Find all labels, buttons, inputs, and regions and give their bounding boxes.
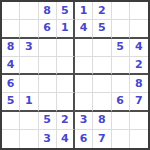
cell-r7c5[interactable]: 3: [75, 112, 93, 130]
cell-r4c7[interactable]: [112, 57, 130, 75]
cell-r3c7[interactable]: 5: [112, 39, 130, 57]
cell-r1c8[interactable]: [130, 2, 148, 20]
cell-r2c2[interactable]: [20, 20, 38, 38]
cell-r6c4[interactable]: [57, 93, 75, 111]
cell-r2c4[interactable]: 1: [57, 20, 75, 38]
cell-r5c4[interactable]: [57, 75, 75, 93]
cell-r3c3[interactable]: [39, 39, 57, 57]
cell-r4c2[interactable]: [20, 57, 38, 75]
cell-r8c1[interactable]: [2, 130, 20, 148]
cell-r5c6[interactable]: [93, 75, 111, 93]
cell-r6c2[interactable]: 1: [20, 93, 38, 111]
cell-r6c8[interactable]: 7: [130, 93, 148, 111]
cell-r1c5[interactable]: 1: [75, 2, 93, 20]
cell-r7c2[interactable]: [20, 112, 38, 130]
cell-r2c1[interactable]: [2, 20, 20, 38]
cell-r7c6[interactable]: 8: [93, 112, 111, 130]
cell-r3c2[interactable]: 3: [20, 39, 38, 57]
cell-r6c3[interactable]: [39, 93, 57, 111]
cell-r2c7[interactable]: [112, 20, 130, 38]
cell-r4c4[interactable]: [57, 57, 75, 75]
cell-r7c8[interactable]: [130, 112, 148, 130]
cell-r4c1[interactable]: 4: [2, 57, 20, 75]
cell-r4c3[interactable]: [39, 57, 57, 75]
cell-r4c6[interactable]: [93, 57, 111, 75]
cell-r1c4[interactable]: 5: [57, 2, 75, 20]
cell-r2c8[interactable]: [130, 20, 148, 38]
cell-r7c1[interactable]: [2, 112, 20, 130]
cell-r3c6[interactable]: [93, 39, 111, 57]
cell-r2c3[interactable]: 6: [39, 20, 57, 38]
cell-r6c7[interactable]: 6: [112, 93, 130, 111]
cell-r6c1[interactable]: 5: [2, 93, 20, 111]
cell-r3c4[interactable]: [57, 39, 75, 57]
cell-r8c7[interactable]: [112, 130, 130, 148]
cell-r4c8[interactable]: 2: [130, 57, 148, 75]
sudoku-board: 8 5 1 2 6 1 4 5 8 3 5 4 4 2 6 8 5 1 6 7 …: [0, 0, 150, 150]
cell-r3c5[interactable]: [75, 39, 93, 57]
cell-r8c8[interactable]: [130, 130, 148, 148]
cell-r8c6[interactable]: 7: [93, 130, 111, 148]
cell-r2c6[interactable]: 5: [93, 20, 111, 38]
cell-r7c7[interactable]: [112, 112, 130, 130]
cell-r5c5[interactable]: [75, 75, 93, 93]
cell-r5c7[interactable]: [112, 75, 130, 93]
cell-r1c1[interactable]: [2, 2, 20, 20]
cell-r5c1[interactable]: 6: [2, 75, 20, 93]
cell-r1c7[interactable]: [112, 2, 130, 20]
cell-r8c3[interactable]: 3: [39, 130, 57, 148]
cell-r5c3[interactable]: [39, 75, 57, 93]
cell-r1c2[interactable]: [20, 2, 38, 20]
cell-r7c4[interactable]: 2: [57, 112, 75, 130]
cell-r2c5[interactable]: 4: [75, 20, 93, 38]
cell-r5c2[interactable]: [20, 75, 38, 93]
cell-r3c1[interactable]: 8: [2, 39, 20, 57]
cell-r4c5[interactable]: [75, 57, 93, 75]
cell-r6c5[interactable]: [75, 93, 93, 111]
cell-r5c8[interactable]: 8: [130, 75, 148, 93]
cell-r3c8[interactable]: 4: [130, 39, 148, 57]
cell-r7c3[interactable]: 5: [39, 112, 57, 130]
cell-r8c5[interactable]: 6: [75, 130, 93, 148]
cell-r8c2[interactable]: [20, 130, 38, 148]
cell-r6c6[interactable]: [93, 93, 111, 111]
cell-r8c4[interactable]: 4: [57, 130, 75, 148]
cell-r1c3[interactable]: 8: [39, 2, 57, 20]
cell-r1c6[interactable]: 2: [93, 2, 111, 20]
